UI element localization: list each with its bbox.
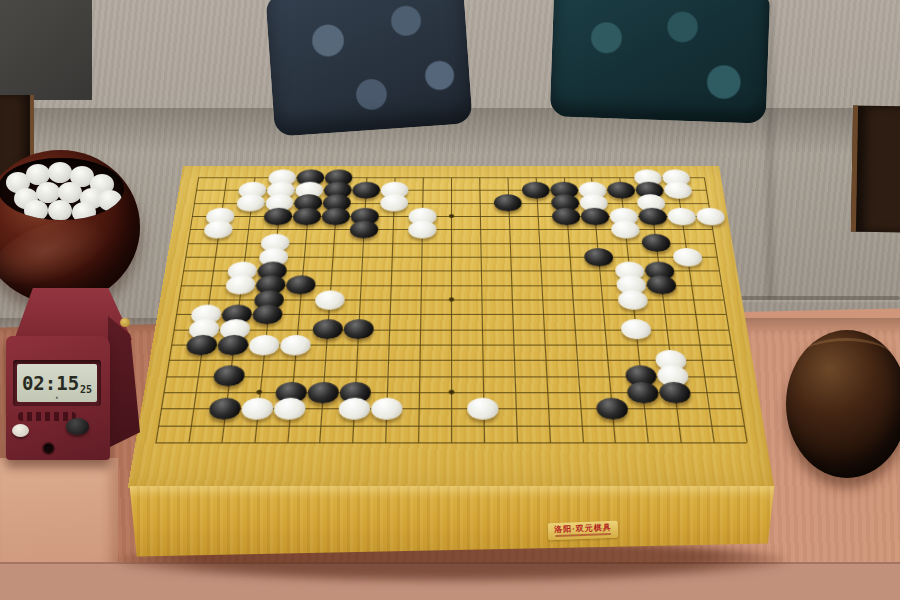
white-stone [370,398,402,420]
star-point [448,390,454,395]
star-point [448,214,453,218]
white-stone-bowl-opening [0,158,124,220]
clock-seconds: 25 [80,384,92,395]
white-stone [380,194,408,211]
white-stone [236,194,266,211]
clock-white-button [12,424,29,437]
black-stone [638,207,668,225]
black-stone [349,221,378,239]
clock-lcd-bezel: 02:15 25 ▴ [13,360,101,406]
black-stone [606,182,635,199]
clock-black-button [66,418,89,435]
black-stone [186,334,219,354]
white-stone [695,207,726,225]
clock-front-face: 02:15 25 ▴ [6,336,110,460]
black-stone [522,182,550,199]
black-stone [645,276,676,295]
black-stone [584,248,614,266]
clock-side-face [108,316,140,448]
white-stone [203,221,234,239]
go-scene: 洛阳·双元棋具 02:15 25 ▴ [0,0,900,600]
clock-side-knob [120,318,130,327]
white-stone [280,334,312,354]
game-clock: 02:15 25 ▴ [4,282,144,462]
bowl-white-stone [48,200,72,220]
board-plane [128,166,775,488]
goban: 洛阳·双元棋具 [127,166,775,576]
black-stone [494,194,522,211]
white-stone [672,248,703,266]
black-stone-bowl-rim [800,338,892,375]
grid-line-horizontal [155,442,746,443]
white-stone [468,398,500,420]
white-stone [663,182,693,199]
white-stone [273,398,306,420]
black-stone [552,207,581,225]
black-stone [208,398,242,420]
white-stone [338,398,370,420]
grid-line-horizontal [169,360,734,361]
black-stone [626,381,659,403]
white-stone [617,290,648,309]
grid-line-vertical [535,177,550,442]
picture-frame-right [851,106,900,233]
black-stone [343,319,374,339]
black-stone [213,365,246,386]
bowl-white-stone [48,162,72,183]
grid-line-vertical [507,177,518,442]
black-stone [580,207,609,225]
white-stone [314,290,345,309]
white-stone [620,319,652,339]
black-stone [285,276,316,295]
white-stone [666,207,696,225]
black-stone [292,207,321,225]
clock-time: 02:15 [22,372,79,394]
white-stone [610,221,640,239]
white-stone [225,276,256,295]
clock-lcd-display: 02:15 25 ▴ [17,364,97,402]
black-stone [658,381,692,403]
clock-player-marker: ▴ [55,393,59,400]
white-stone [248,334,280,354]
clock-speaker-grille [18,412,76,421]
corner-object [0,0,92,100]
black-stone-bowl [786,330,900,478]
pillow-navy [265,0,472,137]
black-stone [217,334,250,354]
black-stone [321,207,350,225]
black-stone [307,381,339,403]
black-stone [352,182,380,199]
black-stone [252,304,284,324]
white-stone [241,398,275,420]
star-point [256,390,262,395]
maker-stamp: 洛阳·双元棋具 [548,521,619,540]
pillow-teal [550,0,771,124]
black-stone [263,207,293,225]
white-stone [408,221,436,239]
black-stone [596,398,629,420]
black-stone [641,234,672,252]
clock-jack-port [44,444,53,453]
board-front-face: 洛阳·双元棋具 [127,486,775,558]
star-point [448,297,453,301]
grid-line-horizontal [158,425,744,426]
black-stone [312,319,343,339]
